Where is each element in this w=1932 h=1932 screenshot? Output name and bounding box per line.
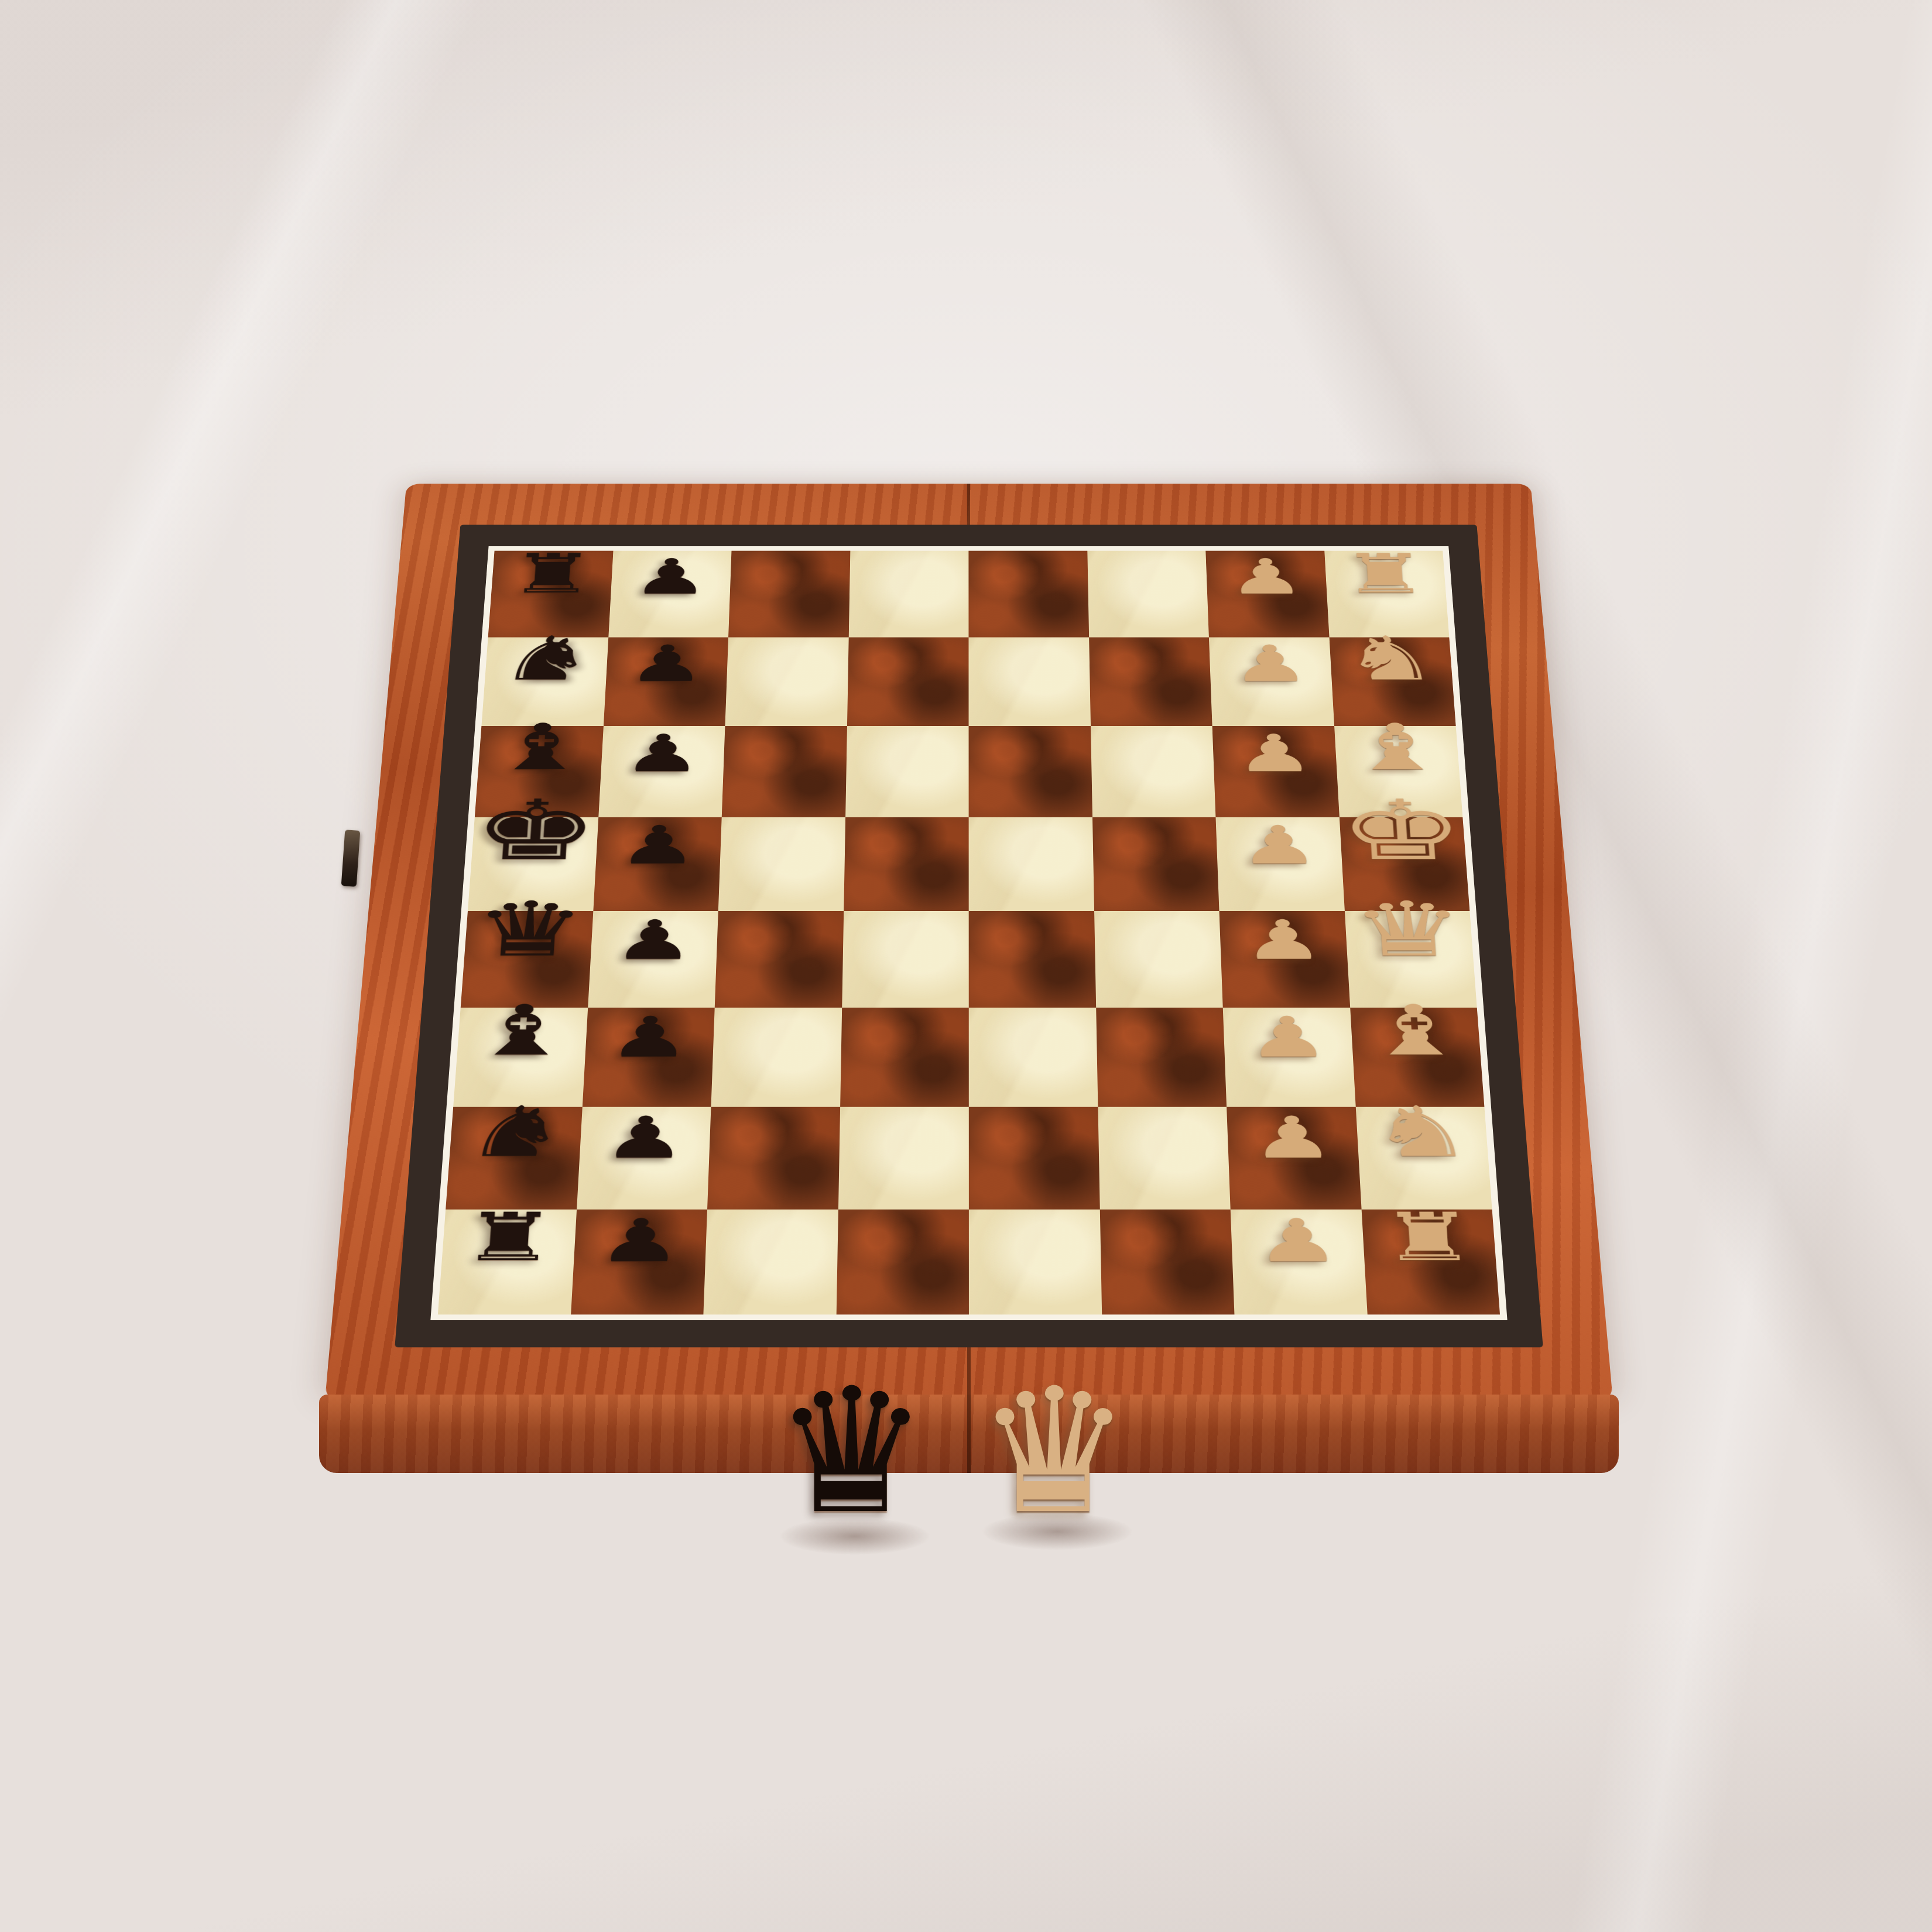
square-g4 (968, 637, 1090, 726)
square-a4 (969, 1209, 1102, 1314)
square-d2: ♟ (1220, 911, 1350, 1008)
piece-black-king: ♚ (470, 789, 601, 872)
piece-black-pawn: ♟ (612, 913, 696, 967)
square-h3 (1087, 551, 1209, 638)
piece-white-pawn: ♟ (1242, 913, 1325, 967)
piece-white-pawn: ♟ (1249, 1109, 1335, 1166)
piece-white-pawn: ♟ (1234, 728, 1316, 779)
piece-black-pawn: ♟ (602, 1109, 688, 1166)
board-front-edge (319, 1395, 1619, 1473)
square-a8: ♜ (438, 1209, 577, 1314)
board-frame: ♜♟♟♜♞♟♟♞♝♟♟♝♚♟♟♚♛♟♟♛♝♟♟♝♞♟♟♞♜♟♟♜ (325, 484, 1613, 1400)
square-g2: ♟ (1209, 637, 1334, 726)
square-a3 (1099, 1209, 1234, 1314)
square-c6 (711, 1008, 841, 1107)
square-c3 (1096, 1008, 1227, 1107)
square-g7: ♟ (603, 637, 728, 726)
square-e5 (844, 817, 969, 911)
piece-black-rook: ♜ (508, 547, 597, 601)
square-c7: ♟ (582, 1008, 714, 1107)
fold-seam-top (967, 484, 970, 525)
square-a1: ♜ (1361, 1209, 1500, 1314)
fold-seam-bottom (967, 1347, 971, 1400)
square-d3 (1094, 911, 1223, 1008)
piece-white-pawn: ♟ (1227, 553, 1306, 601)
piece-white-knight: ♞ (1342, 628, 1440, 688)
piece-white-rook: ♜ (1379, 1204, 1479, 1271)
square-f6 (722, 726, 847, 817)
clasp (341, 830, 361, 887)
square-f3 (1091, 726, 1216, 817)
square-e3 (1092, 817, 1220, 911)
piece-white-bishop: ♝ (1345, 715, 1447, 779)
piece-black-pawn: ♟ (632, 553, 711, 601)
piece-white-king: ♚ (1337, 789, 1468, 872)
square-a6 (703, 1209, 838, 1314)
chess-board: ♜♟♟♜♞♟♟♞♝♟♟♝♚♟♟♚♛♟♟♛♝♟♟♝♞♟♟♞♜♟♟♜ (325, 484, 1613, 1400)
piece-black-pawn: ♟ (597, 1211, 684, 1270)
square-d6 (715, 911, 844, 1008)
piece-black-pawn: ♟ (627, 639, 707, 688)
piece-black-pawn: ♟ (607, 1009, 692, 1066)
square-f7: ♟ (598, 726, 725, 817)
square-h7: ♟ (608, 551, 732, 638)
piece-black-rook: ♜ (460, 1204, 559, 1271)
square-b5 (838, 1107, 968, 1210)
spare-queen-white: ♛ (977, 1365, 1131, 1538)
border-band: ♜♟♟♜♞♟♟♞♝♟♟♝♚♟♟♚♛♟♟♛♝♟♟♝♞♟♟♞♜♟♟♜ (395, 525, 1543, 1347)
square-c5 (840, 1008, 969, 1107)
square-a7: ♟ (571, 1209, 707, 1314)
piece-white-pawn: ♟ (1245, 1009, 1330, 1066)
piece-white-pawn: ♟ (1230, 639, 1310, 688)
square-d5 (842, 911, 969, 1008)
piece-white-pawn: ♟ (1238, 819, 1320, 872)
square-h5 (848, 551, 968, 638)
square-d4 (969, 911, 1096, 1008)
square-g3 (1089, 637, 1212, 726)
piece-black-pawn: ♟ (617, 819, 700, 872)
square-a5 (836, 1209, 969, 1314)
piece-white-queen: ♛ (1349, 892, 1467, 967)
square-b7: ♟ (577, 1107, 711, 1210)
square-h6 (728, 551, 850, 638)
piece-white-bishop: ♝ (1362, 996, 1468, 1066)
piece-white-rook: ♜ (1340, 547, 1430, 601)
square-h4 (968, 551, 1088, 638)
square-b2: ♟ (1227, 1107, 1361, 1210)
piece-white-knight: ♞ (1369, 1097, 1474, 1167)
square-f2: ♟ (1212, 726, 1340, 817)
square-e6 (718, 817, 845, 911)
square-g6 (725, 637, 848, 726)
square-b8: ♞ (446, 1107, 582, 1210)
piece-black-knight: ♞ (498, 628, 596, 688)
piece-black-bishop: ♝ (469, 996, 576, 1066)
piece-white-pawn: ♟ (1254, 1211, 1341, 1270)
square-g5 (847, 637, 969, 726)
square-e4 (969, 817, 1094, 911)
square-f5 (845, 726, 969, 817)
square-a2: ♟ (1231, 1209, 1368, 1314)
square-c4 (969, 1008, 1098, 1107)
square-d7: ♟ (588, 911, 718, 1008)
spare-queen-black: ♛ (774, 1365, 929, 1538)
square-f4 (969, 726, 1092, 817)
border-inlay-line: ♜♟♟♜♞♟♟♞♝♟♟♝♚♟♟♚♛♟♟♛♝♟♟♝♞♟♟♞♜♟♟♜ (430, 546, 1507, 1320)
square-e2: ♟ (1215, 817, 1344, 911)
square-c2: ♟ (1223, 1008, 1356, 1107)
square-b3 (1098, 1107, 1231, 1210)
square-e7: ♟ (593, 817, 722, 911)
square-b4 (969, 1107, 1099, 1210)
square-b1: ♞ (1355, 1107, 1492, 1210)
piece-black-knight: ♞ (463, 1097, 568, 1167)
fold-seam-front (967, 1395, 971, 1473)
piece-black-bishop: ♝ (490, 715, 592, 779)
piece-black-pawn: ♟ (622, 728, 704, 779)
photo-scene: ♜♟♟♜♞♟♟♞♝♟♟♝♚♟♟♚♛♟♟♛♝♟♟♝♞♟♟♞♜♟♟♜ ♛ ♛ (0, 0, 1932, 1932)
playing-area: ♜♟♟♜♞♟♟♞♝♟♟♝♚♟♟♚♛♟♟♛♝♟♟♝♞♟♟♞♜♟♟♜ (438, 551, 1500, 1315)
square-b6 (707, 1107, 840, 1210)
square-h2: ♟ (1205, 551, 1329, 638)
piece-black-queen: ♛ (470, 892, 588, 967)
